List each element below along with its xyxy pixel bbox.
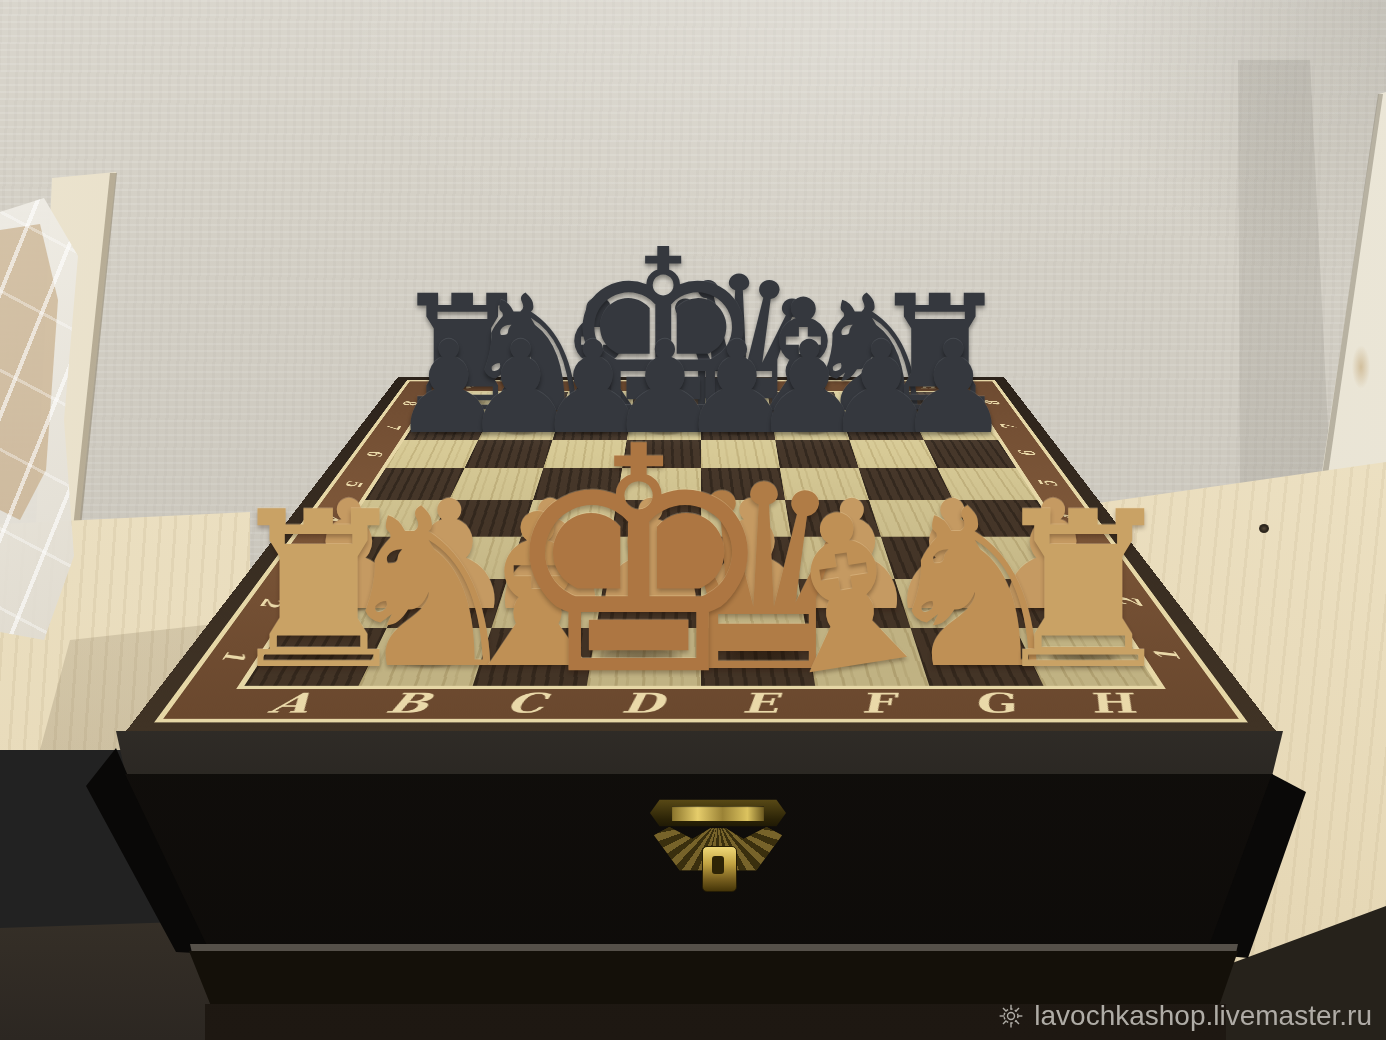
rank-label-left-8: 8: [398, 401, 422, 405]
file-label-back-g: G: [856, 383, 874, 389]
rank-label-right-6: 6: [1014, 451, 1042, 456]
rank-label-right-5: 5: [1033, 480, 1063, 486]
file-label-back-h: H: [920, 383, 940, 389]
rank-label-right-8: 8: [980, 401, 1004, 405]
file-label-front-c: C: [502, 687, 548, 719]
rank-label-right-4: 4: [1056, 514, 1088, 521]
rank-label-right-7: 7: [996, 424, 1022, 429]
rank-label-left-1: 1: [214, 650, 256, 661]
rank-label-left-5: 5: [339, 480, 369, 486]
file-label-back-f: F: [792, 383, 806, 389]
photo-scene: AABBCCDDEEFFGGHH1122334455667788 ♜♞♝♚♛♝♞…: [0, 0, 1386, 1040]
rank-label-left-6: 6: [361, 451, 389, 456]
file-label-back-d: D: [660, 383, 676, 389]
rank-label-right-3: 3: [1082, 553, 1117, 561]
file-label-back-e: E: [727, 383, 741, 389]
rank-label-right-1: 1: [1147, 650, 1189, 661]
livemaster-ornament-icon: [998, 1003, 1024, 1029]
brass-latch-clasp-slot: [712, 856, 724, 874]
rank-label-left-3: 3: [286, 553, 321, 561]
watermark: lavochkashop.livemaster.ru: [998, 1000, 1372, 1032]
brass-latch-slot: [672, 806, 764, 821]
file-label-front-e: E: [740, 687, 779, 719]
rank-label-left-7: 7: [380, 424, 406, 429]
file-label-back-b: B: [528, 383, 545, 389]
watermark-text: lavochkashop.livemaster.ru: [1034, 1000, 1372, 1032]
rank-label-left-2: 2: [253, 598, 291, 607]
rank-label-right-2: 2: [1112, 598, 1150, 607]
rank-label-left-4: 4: [314, 514, 346, 521]
file-label-front-d: D: [620, 687, 664, 719]
screw-head: [1259, 524, 1269, 533]
wood-stain: [1348, 336, 1374, 398]
file-label-back-c: C: [595, 383, 611, 389]
